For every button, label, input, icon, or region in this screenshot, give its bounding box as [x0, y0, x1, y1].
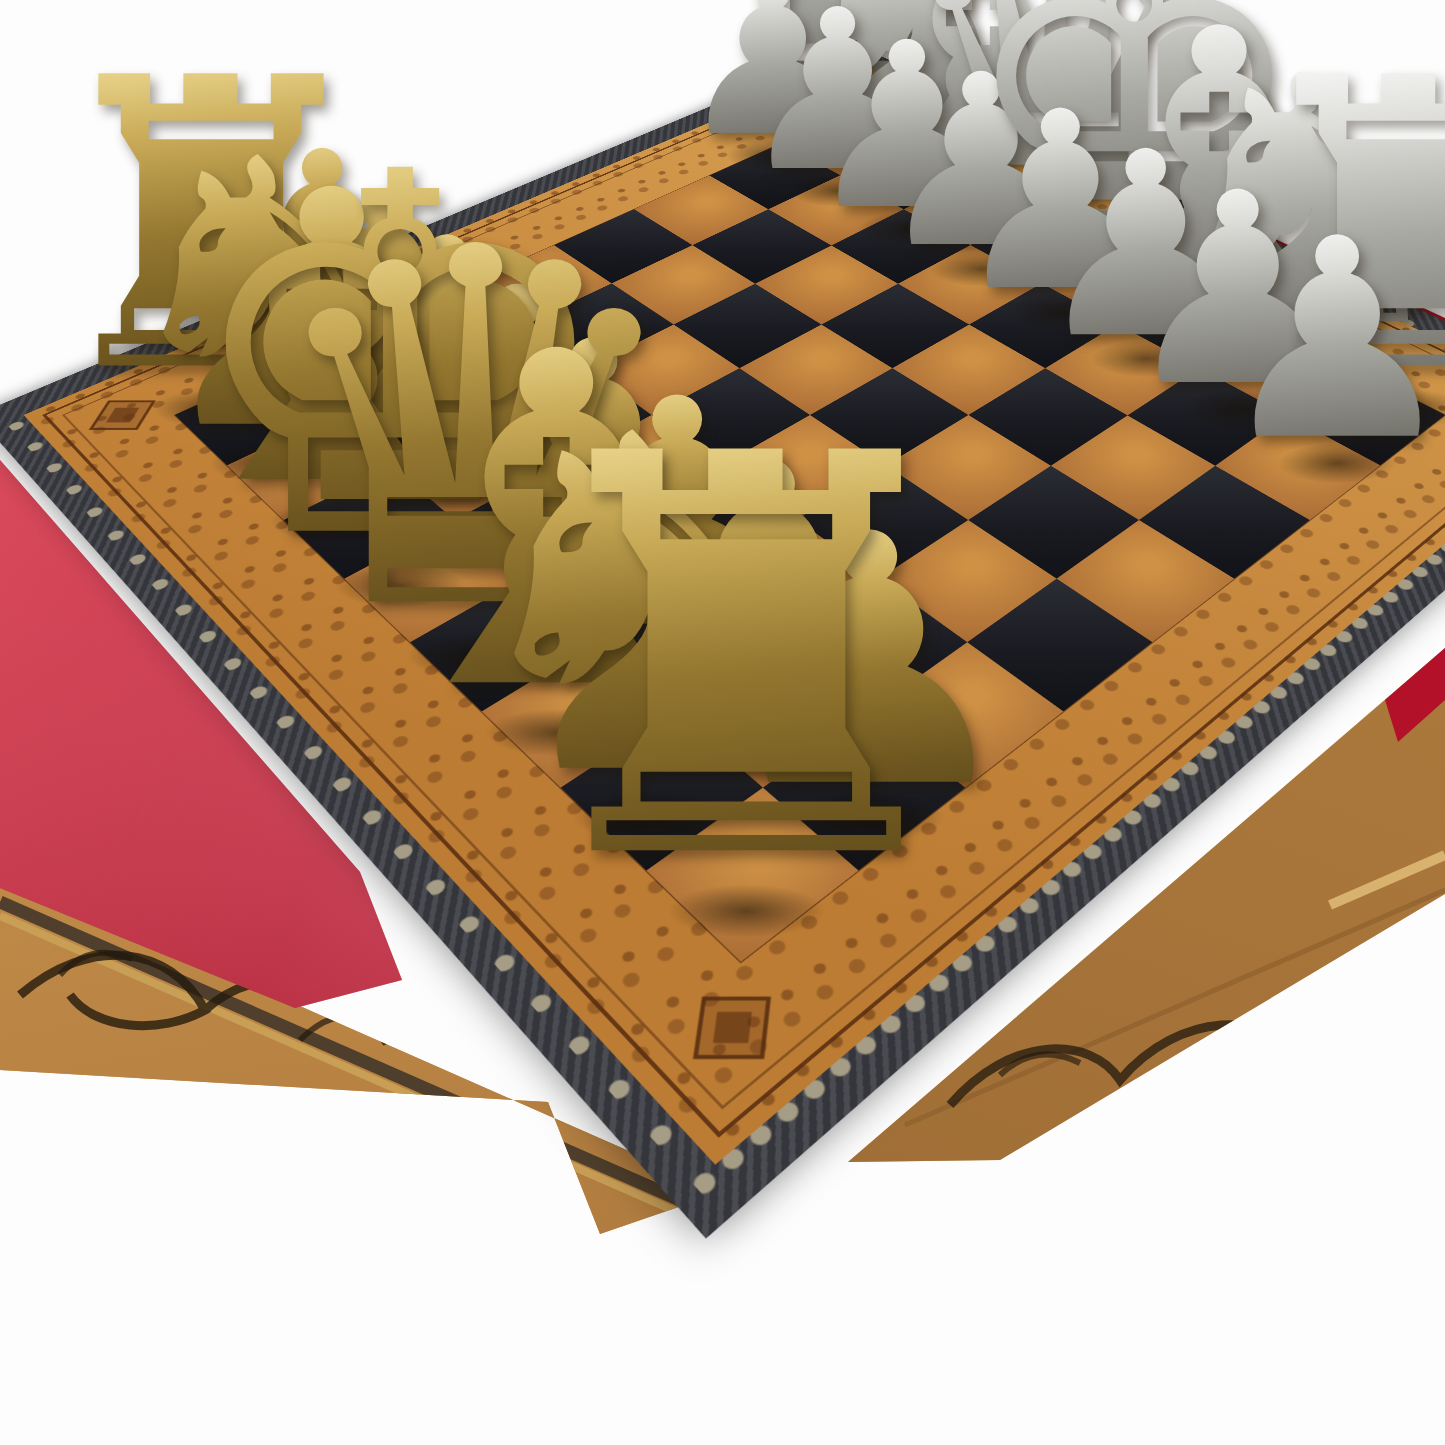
square-b6 — [1051, 415, 1216, 520]
square-a6 — [1139, 465, 1310, 578]
square-b2 — [676, 642, 870, 787]
square-f4 — [586, 324, 739, 415]
square-h2 — [280, 324, 433, 415]
square-a1 — [646, 787, 858, 962]
square-f5 — [673, 283, 821, 368]
square-g7 — [769, 175, 903, 245]
border-corner-medallion — [89, 400, 156, 429]
square-g5 — [612, 245, 755, 324]
square-b1 — [560, 712, 763, 871]
square-c8 — [1118, 283, 1266, 368]
square-e7 — [898, 245, 1041, 324]
square-g1 — [227, 415, 392, 520]
square-a7 — [1215, 415, 1380, 520]
square-h4 — [469, 245, 612, 324]
square-d1 — [410, 579, 596, 712]
border-corner-medallion — [831, 86, 870, 103]
square-f2 — [392, 415, 557, 520]
square-e3 — [557, 415, 722, 520]
square-h1 — [175, 368, 334, 465]
square-g6 — [693, 209, 832, 283]
border-corner-medallion — [693, 997, 771, 1059]
square-c5 — [886, 415, 1051, 520]
square-e8 — [970, 209, 1109, 283]
square-g8 — [840, 143, 970, 209]
square-a4 — [967, 579, 1153, 712]
square-e5 — [739, 324, 892, 415]
square-c1 — [482, 642, 676, 787]
square-a8 — [1286, 368, 1445, 465]
square-c4 — [797, 465, 968, 578]
square-e1 — [344, 520, 522, 642]
square-e6 — [821, 283, 969, 368]
square-e2 — [455, 465, 626, 578]
square-h3 — [377, 283, 525, 368]
square-b5 — [968, 465, 1139, 578]
square-c7 — [1046, 324, 1199, 415]
square-b8 — [1199, 324, 1352, 415]
square-b7 — [1127, 368, 1286, 465]
square-b3 — [781, 579, 967, 712]
square-a3 — [869, 642, 1063, 787]
square-g4 — [525, 283, 673, 368]
square-e4 — [651, 368, 810, 465]
square-d7 — [970, 283, 1118, 368]
square-f3 — [493, 368, 652, 465]
square-d2 — [522, 520, 700, 642]
square-h6 — [634, 175, 768, 245]
square-a2 — [763, 712, 966, 871]
square-f1 — [283, 465, 454, 578]
chess-board — [0, 45, 1445, 1239]
square-h7 — [710, 143, 840, 209]
square-b4 — [878, 520, 1056, 642]
board-perspective-scene — [0, 0, 1445, 1445]
square-h5 — [554, 209, 693, 283]
square-g2 — [334, 368, 493, 465]
square-d5 — [810, 368, 969, 465]
square-h8 — [781, 113, 908, 175]
square-d3 — [626, 465, 797, 578]
chess-set-photo: ♜♞♝♛♚♝♞♜♟♟♟♟♟♟♟♟♟♟♟♟♟♟♟♟♜♞♝♚♛♝♞♜ — [0, 0, 1445, 1445]
square-c2 — [596, 579, 782, 712]
square-d6 — [893, 324, 1046, 415]
square-c3 — [700, 520, 878, 642]
square-f6 — [755, 245, 898, 324]
square-f8 — [903, 175, 1037, 245]
square-a5 — [1056, 520, 1234, 642]
square-f7 — [831, 209, 970, 283]
square-g3 — [433, 324, 586, 415]
square-d8 — [1041, 245, 1184, 324]
square-d4 — [721, 415, 886, 520]
square-c6 — [969, 368, 1128, 465]
